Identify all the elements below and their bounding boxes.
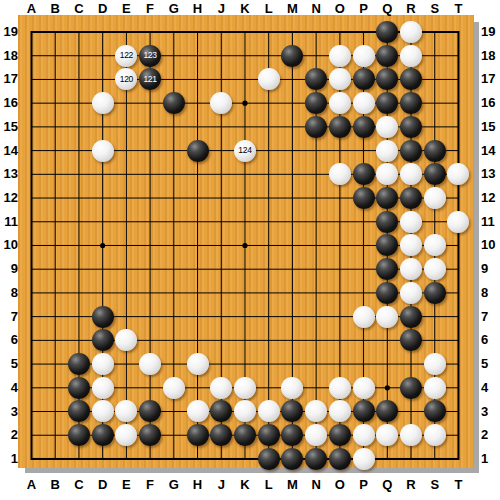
board-intersection-D19[interactable] (91, 20, 115, 44)
white-stone-L17[interactable] (258, 68, 280, 90)
board-intersection-T12[interactable] (447, 186, 471, 210)
board-intersection-R18[interactable] (399, 44, 423, 68)
board-intersection-C1[interactable] (67, 447, 91, 471)
board-intersection-C19[interactable] (67, 20, 91, 44)
board-intersection-C14[interactable] (67, 139, 91, 163)
board-intersection-N12[interactable] (304, 186, 328, 210)
board-intersection-D4[interactable] (91, 376, 115, 400)
black-stone-C5[interactable] (68, 353, 90, 375)
board-intersection-G4[interactable] (162, 376, 186, 400)
white-stone-E18[interactable]: 122 (115, 45, 137, 67)
board-intersection-F5[interactable] (138, 352, 162, 376)
black-stone-G16[interactable] (163, 92, 185, 114)
board-intersection-A6[interactable] (20, 328, 44, 352)
board-intersection-B16[interactable] (43, 91, 67, 115)
black-stone-S14[interactable] (424, 140, 446, 162)
white-stone-J16[interactable] (210, 92, 232, 114)
board-intersection-D5[interactable] (91, 352, 115, 376)
white-stone-O4[interactable] (329, 377, 351, 399)
board-intersection-S15[interactable] (423, 115, 447, 139)
board-intersection-R3[interactable] (399, 400, 423, 424)
board-intersection-S14[interactable] (423, 139, 447, 163)
white-stone-Q2[interactable] (376, 424, 398, 446)
white-stone-Q7[interactable] (376, 306, 398, 328)
board-intersection-G10[interactable] (162, 234, 186, 258)
board-intersection-F17[interactable]: 121 (138, 68, 162, 92)
board-intersection-A3[interactable] (20, 400, 44, 424)
board-intersection-K11[interactable] (233, 210, 257, 234)
black-stone-P12[interactable] (353, 187, 375, 209)
white-stone-S9[interactable] (424, 258, 446, 280)
board-intersection-N1[interactable] (304, 447, 328, 471)
black-stone-M2[interactable] (281, 424, 303, 446)
board-intersection-B6[interactable] (43, 328, 67, 352)
board-intersection-K16[interactable] (233, 91, 257, 115)
board-intersection-P8[interactable] (352, 281, 376, 305)
board-intersection-H10[interactable] (186, 234, 210, 258)
board-intersection-G5[interactable] (162, 352, 186, 376)
board-intersection-M2[interactable] (281, 423, 305, 447)
board-intersection-D7[interactable] (91, 305, 115, 329)
white-stone-S5[interactable] (424, 353, 446, 375)
board-intersection-K1[interactable] (233, 447, 257, 471)
board-intersection-L14[interactable] (257, 139, 281, 163)
board-intersection-N16[interactable] (304, 91, 328, 115)
board-intersection-R9[interactable] (399, 257, 423, 281)
white-stone-S12[interactable] (424, 187, 446, 209)
black-stone-D6[interactable] (92, 329, 114, 351)
board-intersection-M13[interactable] (281, 162, 305, 186)
board-intersection-O14[interactable] (328, 139, 352, 163)
black-stone-R6[interactable] (400, 329, 422, 351)
board-intersection-D1[interactable] (91, 447, 115, 471)
board-intersection-Q14[interactable] (375, 139, 399, 163)
white-stone-R9[interactable] (400, 258, 422, 280)
board-intersection-R10[interactable] (399, 234, 423, 258)
board-intersection-G13[interactable] (162, 162, 186, 186)
board-intersection-S13[interactable] (423, 162, 447, 186)
board-intersection-N19[interactable] (304, 20, 328, 44)
board-intersection-P1[interactable] (352, 447, 376, 471)
board-intersection-Q7[interactable] (375, 305, 399, 329)
board-intersection-O5[interactable] (328, 352, 352, 376)
white-stone-R2[interactable] (400, 424, 422, 446)
board-intersection-H11[interactable] (186, 210, 210, 234)
board-intersection-F12[interactable] (138, 186, 162, 210)
board-intersection-K12[interactable] (233, 186, 257, 210)
board-intersection-D18[interactable] (91, 44, 115, 68)
board-intersection-E5[interactable] (115, 352, 139, 376)
board-intersection-T18[interactable] (447, 44, 471, 68)
black-stone-L2[interactable] (258, 424, 280, 446)
board-intersection-C4[interactable] (67, 376, 91, 400)
board-intersection-B14[interactable] (43, 139, 67, 163)
board-intersection-N5[interactable] (304, 352, 328, 376)
board-intersection-P14[interactable] (352, 139, 376, 163)
board-intersection-N13[interactable] (304, 162, 328, 186)
board-intersection-D15[interactable] (91, 115, 115, 139)
board-intersection-C8[interactable] (67, 281, 91, 305)
white-stone-K4[interactable] (234, 377, 256, 399)
white-stone-P4[interactable] (353, 377, 375, 399)
board-intersection-O11[interactable] (328, 210, 352, 234)
board-intersection-H19[interactable] (186, 20, 210, 44)
board-intersection-E14[interactable] (115, 139, 139, 163)
board-intersection-K19[interactable] (233, 20, 257, 44)
board-intersection-B4[interactable] (43, 376, 67, 400)
board-intersection-B17[interactable] (43, 68, 67, 92)
board-intersection-S5[interactable] (423, 352, 447, 376)
board-intersection-A7[interactable] (20, 305, 44, 329)
board-intersection-J18[interactable] (209, 44, 233, 68)
board-intersection-T1[interactable] (447, 447, 471, 471)
white-stone-R8[interactable] (400, 282, 422, 304)
board-intersection-H4[interactable] (186, 376, 210, 400)
black-stone-F17[interactable]: 121 (139, 68, 161, 90)
board-intersection-Q12[interactable] (375, 186, 399, 210)
board-intersection-R16[interactable] (399, 91, 423, 115)
board-intersection-Q3[interactable] (375, 400, 399, 424)
board-intersection-S16[interactable] (423, 91, 447, 115)
white-stone-P2[interactable] (353, 424, 375, 446)
white-stone-J4[interactable] (210, 377, 232, 399)
board-intersection-J2[interactable] (209, 423, 233, 447)
white-stone-E6[interactable] (115, 329, 137, 351)
board-intersection-S18[interactable] (423, 44, 447, 68)
black-stone-P15[interactable] (353, 116, 375, 138)
black-stone-H2[interactable] (187, 424, 209, 446)
board-intersection-P13[interactable] (352, 162, 376, 186)
board-intersection-M5[interactable] (281, 352, 305, 376)
board-intersection-P15[interactable] (352, 115, 376, 139)
board-intersection-G18[interactable] (162, 44, 186, 68)
board-intersection-A16[interactable] (20, 91, 44, 115)
board-intersection-F18[interactable]: 123 (138, 44, 162, 68)
board-intersection-K8[interactable] (233, 281, 257, 305)
black-stone-R7[interactable] (400, 306, 422, 328)
board-intersection-P10[interactable] (352, 234, 376, 258)
board-intersection-H16[interactable] (186, 91, 210, 115)
white-stone-E17[interactable]: 120 (115, 68, 137, 90)
white-stone-E3[interactable] (115, 400, 137, 422)
board-intersection-R2[interactable] (399, 423, 423, 447)
board-intersection-R4[interactable] (399, 376, 423, 400)
black-stone-Q8[interactable] (376, 282, 398, 304)
board-intersection-F3[interactable] (138, 400, 162, 424)
board-intersection-C17[interactable] (67, 68, 91, 92)
board-intersection-E6[interactable] (115, 328, 139, 352)
board-intersection-B12[interactable] (43, 186, 67, 210)
white-stone-P18[interactable] (353, 45, 375, 67)
board-intersection-Q4[interactable] (375, 376, 399, 400)
board-intersection-T15[interactable] (447, 115, 471, 139)
board-intersection-M15[interactable] (281, 115, 305, 139)
board-intersection-F10[interactable] (138, 234, 162, 258)
black-stone-F18[interactable]: 123 (139, 45, 161, 67)
board-intersection-P19[interactable] (352, 20, 376, 44)
board-intersection-M8[interactable] (281, 281, 305, 305)
black-stone-Q18[interactable] (376, 45, 398, 67)
white-stone-O18[interactable] (329, 45, 351, 67)
board-intersection-G16[interactable] (162, 91, 186, 115)
black-stone-Q10[interactable] (376, 234, 398, 256)
black-stone-P17[interactable] (353, 68, 375, 90)
black-stone-S3[interactable] (424, 400, 446, 422)
board-intersection-J19[interactable] (209, 20, 233, 44)
board-intersection-N9[interactable] (304, 257, 328, 281)
board-intersection-C9[interactable] (67, 257, 91, 281)
board-intersection-F15[interactable] (138, 115, 162, 139)
board-intersection-O12[interactable] (328, 186, 352, 210)
board-intersection-K4[interactable] (233, 376, 257, 400)
board-intersection-A15[interactable] (20, 115, 44, 139)
board-intersection-F14[interactable] (138, 139, 162, 163)
board-intersection-P18[interactable] (352, 44, 376, 68)
board-intersection-H2[interactable] (186, 423, 210, 447)
black-stone-Q9[interactable] (376, 258, 398, 280)
board-intersection-H15[interactable] (186, 115, 210, 139)
white-stone-N3[interactable] (305, 400, 327, 422)
board-intersection-P12[interactable] (352, 186, 376, 210)
board-intersection-O13[interactable] (328, 162, 352, 186)
white-stone-S10[interactable] (424, 234, 446, 256)
board-intersection-J4[interactable] (209, 376, 233, 400)
white-stone-D5[interactable] (92, 353, 114, 375)
board-intersection-Q16[interactable] (375, 91, 399, 115)
board-intersection-B9[interactable] (43, 257, 67, 281)
black-stone-Q3[interactable] (376, 400, 398, 422)
white-stone-L3[interactable] (258, 400, 280, 422)
white-stone-P7[interactable] (353, 306, 375, 328)
board-intersection-S12[interactable] (423, 186, 447, 210)
white-stone-P16[interactable] (353, 92, 375, 114)
board-intersection-L18[interactable] (257, 44, 281, 68)
board-intersection-J8[interactable] (209, 281, 233, 305)
board-intersection-N2[interactable] (304, 423, 328, 447)
board-intersection-E7[interactable] (115, 305, 139, 329)
board-intersection-K5[interactable] (233, 352, 257, 376)
board-intersection-A18[interactable] (20, 44, 44, 68)
board-intersection-S9[interactable] (423, 257, 447, 281)
board-intersection-P9[interactable] (352, 257, 376, 281)
board-intersection-Q13[interactable] (375, 162, 399, 186)
board-intersection-O1[interactable] (328, 447, 352, 471)
board-intersection-D12[interactable] (91, 186, 115, 210)
board-intersection-P5[interactable] (352, 352, 376, 376)
board-intersection-E1[interactable] (115, 447, 139, 471)
board-intersection-M9[interactable] (281, 257, 305, 281)
board-intersection-A17[interactable] (20, 68, 44, 92)
board-intersection-P6[interactable] (352, 328, 376, 352)
board-intersection-A2[interactable] (20, 423, 44, 447)
white-stone-N2[interactable] (305, 424, 327, 446)
white-stone-D4[interactable] (92, 377, 114, 399)
black-stone-H14[interactable] (187, 140, 209, 162)
board-intersection-O6[interactable] (328, 328, 352, 352)
board-intersection-L7[interactable] (257, 305, 281, 329)
black-stone-R12[interactable] (400, 187, 422, 209)
board-intersection-L16[interactable] (257, 91, 281, 115)
board-intersection-F13[interactable] (138, 162, 162, 186)
board-intersection-S4[interactable] (423, 376, 447, 400)
black-stone-C2[interactable] (68, 424, 90, 446)
white-stone-F5[interactable] (139, 353, 161, 375)
white-stone-D16[interactable] (92, 92, 114, 114)
board-intersection-N14[interactable] (304, 139, 328, 163)
board-intersection-M17[interactable] (281, 68, 305, 92)
board-intersection-A5[interactable] (20, 352, 44, 376)
board-intersection-D14[interactable] (91, 139, 115, 163)
board-intersection-A13[interactable] (20, 162, 44, 186)
board-intersection-B8[interactable] (43, 281, 67, 305)
board-intersection-B18[interactable] (43, 44, 67, 68)
board-intersection-C11[interactable] (67, 210, 91, 234)
board-intersection-T14[interactable] (447, 139, 471, 163)
white-stone-Q13[interactable] (376, 163, 398, 185)
board-intersection-T10[interactable] (447, 234, 471, 258)
board-intersection-L3[interactable] (257, 400, 281, 424)
board-intersection-L17[interactable] (257, 68, 281, 92)
board-intersection-G19[interactable] (162, 20, 186, 44)
board-intersection-A4[interactable] (20, 376, 44, 400)
board-intersection-R13[interactable] (399, 162, 423, 186)
board-intersection-K6[interactable] (233, 328, 257, 352)
board-intersection-B3[interactable] (43, 400, 67, 424)
white-stone-O3[interactable] (329, 400, 351, 422)
board-intersection-T7[interactable] (447, 305, 471, 329)
white-stone-D3[interactable] (92, 400, 114, 422)
board-intersection-F4[interactable] (138, 376, 162, 400)
board-intersection-K9[interactable] (233, 257, 257, 281)
board-intersection-N10[interactable] (304, 234, 328, 258)
board-intersection-L13[interactable] (257, 162, 281, 186)
board-intersection-H14[interactable] (186, 139, 210, 163)
board-intersection-A14[interactable] (20, 139, 44, 163)
board-intersection-M4[interactable] (281, 376, 305, 400)
board-intersection-T4[interactable] (447, 376, 471, 400)
board-intersection-Q11[interactable] (375, 210, 399, 234)
black-stone-F3[interactable] (139, 400, 161, 422)
black-stone-Q11[interactable] (376, 211, 398, 233)
board-intersection-L4[interactable] (257, 376, 281, 400)
board-intersection-D9[interactable] (91, 257, 115, 281)
board-intersection-S17[interactable] (423, 68, 447, 92)
black-stone-O2[interactable] (329, 424, 351, 446)
board-intersection-M6[interactable] (281, 328, 305, 352)
board-intersection-M19[interactable] (281, 20, 305, 44)
board-intersection-E4[interactable] (115, 376, 139, 400)
board-intersection-O2[interactable] (328, 423, 352, 447)
board-intersection-T8[interactable] (447, 281, 471, 305)
board-intersection-N6[interactable] (304, 328, 328, 352)
black-stone-R16[interactable] (400, 92, 422, 114)
black-stone-M18[interactable] (281, 45, 303, 67)
board-intersection-N18[interactable] (304, 44, 328, 68)
board-intersection-A1[interactable] (20, 447, 44, 471)
board-intersection-J14[interactable] (209, 139, 233, 163)
board-intersection-O4[interactable] (328, 376, 352, 400)
black-stone-O1[interactable] (329, 448, 351, 470)
board-intersection-M1[interactable] (281, 447, 305, 471)
black-stone-K2[interactable] (234, 424, 256, 446)
board-intersection-J1[interactable] (209, 447, 233, 471)
board-intersection-L12[interactable] (257, 186, 281, 210)
board-intersection-Q18[interactable] (375, 44, 399, 68)
board-intersection-P17[interactable] (352, 68, 376, 92)
board-intersection-L1[interactable] (257, 447, 281, 471)
board-intersection-G7[interactable] (162, 305, 186, 329)
board-intersection-J10[interactable] (209, 234, 233, 258)
board-intersection-C6[interactable] (67, 328, 91, 352)
white-stone-T11[interactable] (447, 211, 469, 233)
board-intersection-C7[interactable] (67, 305, 91, 329)
white-stone-Q15[interactable] (376, 116, 398, 138)
board-intersection-T17[interactable] (447, 68, 471, 92)
board-intersection-C13[interactable] (67, 162, 91, 186)
board-intersection-R15[interactable] (399, 115, 423, 139)
board-intersection-T6[interactable] (447, 328, 471, 352)
board-intersection-K14[interactable]: 124 (233, 139, 257, 163)
board-intersection-M10[interactable] (281, 234, 305, 258)
board-intersection-E16[interactable] (115, 91, 139, 115)
board-intersection-L2[interactable] (257, 423, 281, 447)
board-intersection-R11[interactable] (399, 210, 423, 234)
black-stone-D2[interactable] (92, 424, 114, 446)
board-intersection-E10[interactable] (115, 234, 139, 258)
black-stone-O15[interactable] (329, 116, 351, 138)
white-stone-H3[interactable] (187, 400, 209, 422)
board-intersection-K10[interactable] (233, 234, 257, 258)
board-intersection-R5[interactable] (399, 352, 423, 376)
white-stone-G4[interactable] (163, 377, 185, 399)
board-intersection-L11[interactable] (257, 210, 281, 234)
board-intersection-J13[interactable] (209, 162, 233, 186)
board-intersection-B10[interactable] (43, 234, 67, 258)
board-intersection-J3[interactable] (209, 400, 233, 424)
board-intersection-F8[interactable] (138, 281, 162, 305)
board-intersection-F19[interactable] (138, 20, 162, 44)
board-intersection-J6[interactable] (209, 328, 233, 352)
board-intersection-G3[interactable] (162, 400, 186, 424)
board-intersection-H18[interactable] (186, 44, 210, 68)
board-intersection-D6[interactable] (91, 328, 115, 352)
board-intersection-T2[interactable] (447, 423, 471, 447)
board-intersection-T5[interactable] (447, 352, 471, 376)
black-stone-N1[interactable] (305, 448, 327, 470)
board-intersection-J15[interactable] (209, 115, 233, 139)
board-intersection-Q19[interactable] (375, 20, 399, 44)
board-intersection-O17[interactable] (328, 68, 352, 92)
board-intersection-G15[interactable] (162, 115, 186, 139)
board-intersection-E12[interactable] (115, 186, 139, 210)
board-intersection-H17[interactable] (186, 68, 210, 92)
board-intersection-O18[interactable] (328, 44, 352, 68)
black-stone-N17[interactable] (305, 68, 327, 90)
board-intersection-D2[interactable] (91, 423, 115, 447)
board-intersection-H8[interactable] (186, 281, 210, 305)
board-intersection-M11[interactable] (281, 210, 305, 234)
black-stone-R14[interactable] (400, 140, 422, 162)
board-intersection-E11[interactable] (115, 210, 139, 234)
board-intersection-T13[interactable] (447, 162, 471, 186)
black-stone-M3[interactable] (281, 400, 303, 422)
black-stone-S8[interactable] (424, 282, 446, 304)
board-intersection-O16[interactable] (328, 91, 352, 115)
board-intersection-O15[interactable] (328, 115, 352, 139)
white-stone-K14[interactable]: 124 (234, 140, 256, 162)
board-intersection-F16[interactable] (138, 91, 162, 115)
board-intersection-M16[interactable] (281, 91, 305, 115)
